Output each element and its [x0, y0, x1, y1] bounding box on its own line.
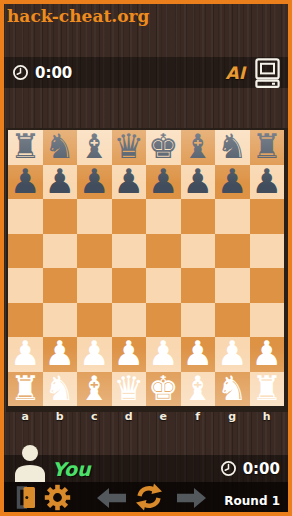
square-e8[interactable]: ♚	[146, 130, 181, 165]
file-label-d: d	[112, 410, 147, 424]
square-b7[interactable]: ♟	[43, 165, 78, 200]
square-f6[interactable]	[181, 199, 216, 234]
square-b5[interactable]	[43, 234, 78, 269]
square-c1[interactable]: ♝	[77, 372, 112, 407]
round-indicator: Round 1	[224, 494, 280, 508]
square-c4[interactable]	[77, 268, 112, 303]
file-label-a: a	[8, 410, 43, 424]
square-e6[interactable]	[146, 199, 181, 234]
square-d5[interactable]	[112, 234, 147, 269]
gear-icon	[44, 484, 71, 511]
ai-label: AI	[226, 63, 245, 83]
white-pawn-b2[interactable]: ♟	[45, 336, 75, 370]
white-pawn-g2[interactable]: ♟	[217, 336, 247, 370]
square-d6[interactable]	[112, 199, 147, 234]
square-f3[interactable]	[181, 303, 216, 338]
square-g7[interactable]: ♟	[215, 165, 250, 200]
black-bishop-f8[interactable]: ♝	[183, 129, 213, 163]
square-a1[interactable]: ♜	[8, 372, 43, 407]
black-pawn-e7[interactable]: ♟	[148, 164, 178, 198]
square-h4[interactable]	[250, 268, 285, 303]
white-queen-d1[interactable]: ♛	[114, 371, 144, 405]
square-c7[interactable]: ♟	[77, 165, 112, 200]
file-label-e: e	[146, 410, 181, 424]
white-pawn-a2[interactable]: ♟	[10, 336, 40, 370]
square-e1[interactable]: ♚	[146, 372, 181, 407]
computer-icon	[255, 58, 280, 88]
square-c3[interactable]	[77, 303, 112, 338]
file-label-g: g	[215, 410, 250, 424]
refresh-icon	[134, 483, 164, 511]
black-pawn-g7[interactable]: ♟	[217, 164, 247, 198]
black-pawn-c7[interactable]: ♟	[79, 164, 109, 198]
black-knight-g8[interactable]: ♞	[217, 129, 247, 163]
square-h8[interactable]: ♜	[250, 130, 285, 165]
white-king-e1[interactable]: ♚	[148, 371, 178, 405]
white-bishop-f1[interactable]: ♝	[183, 371, 213, 405]
white-knight-g1[interactable]: ♞	[217, 371, 247, 405]
white-pawn-c2[interactable]: ♟	[79, 336, 109, 370]
site-banner: hack-cheat.org	[7, 6, 149, 26]
black-pawn-b7[interactable]: ♟	[45, 164, 75, 198]
player-timer: 0:00	[243, 460, 280, 478]
opponent-bar: 0:00 AI	[4, 57, 288, 88]
white-knight-b1[interactable]: ♞	[45, 371, 75, 405]
black-rook-h8[interactable]: ♜	[252, 129, 282, 163]
black-knight-b8[interactable]: ♞	[45, 129, 75, 163]
file-label-c: c	[77, 410, 112, 424]
black-queen-d8[interactable]: ♛	[114, 129, 144, 163]
square-h2[interactable]: ♟	[250, 337, 285, 372]
square-b6[interactable]	[43, 199, 78, 234]
square-d7[interactable]: ♟	[112, 165, 147, 200]
square-g4[interactable]	[215, 268, 250, 303]
exit-door-icon	[14, 485, 38, 510]
square-d4[interactable]	[112, 268, 147, 303]
square-e7[interactable]: ♟	[146, 165, 181, 200]
square-d1[interactable]: ♛	[112, 372, 147, 407]
square-b8[interactable]: ♞	[43, 130, 78, 165]
opponent-timer: 0:00	[35, 64, 72, 82]
restart-button[interactable]	[134, 483, 164, 511]
square-h3[interactable]	[250, 303, 285, 338]
square-a3[interactable]	[8, 303, 43, 338]
person-icon	[12, 444, 48, 482]
square-a7[interactable]: ♟	[8, 165, 43, 200]
arrow-left-icon	[97, 488, 126, 508]
square-a2[interactable]: ♟	[8, 337, 43, 372]
square-g1[interactable]: ♞	[215, 372, 250, 407]
square-d3[interactable]	[112, 303, 147, 338]
black-pawn-h7[interactable]: ♟	[252, 164, 282, 198]
white-rook-a1[interactable]: ♜	[10, 371, 40, 405]
square-a8[interactable]: ♜	[8, 130, 43, 165]
white-pawn-h2[interactable]: ♟	[252, 336, 282, 370]
square-c2[interactable]: ♟	[77, 337, 112, 372]
white-pawn-e2[interactable]: ♟	[148, 336, 178, 370]
black-pawn-a7[interactable]: ♟	[10, 164, 40, 198]
square-e2[interactable]: ♟	[146, 337, 181, 372]
black-bishop-c8[interactable]: ♝	[79, 129, 109, 163]
white-bishop-c1[interactable]: ♝	[79, 371, 109, 405]
square-f2[interactable]: ♟	[181, 337, 216, 372]
black-pawn-f7[interactable]: ♟	[183, 164, 213, 198]
file-labels: abcdefgh	[8, 410, 284, 424]
square-a6[interactable]	[8, 199, 43, 234]
app-window: hack-cheat.org 0:00 AI ♜♞♝♛♚♝♞♜♟♟♟♟♟♟♟♟♟…	[0, 0, 292, 516]
square-e4[interactable]	[146, 268, 181, 303]
square-h7[interactable]: ♟	[250, 165, 285, 200]
white-pawn-d2[interactable]: ♟	[114, 336, 144, 370]
square-c6[interactable]	[77, 199, 112, 234]
square-b1[interactable]: ♞	[43, 372, 78, 407]
black-rook-a8[interactable]: ♜	[10, 129, 40, 163]
square-b2[interactable]: ♟	[43, 337, 78, 372]
square-f1[interactable]: ♝	[181, 372, 216, 407]
square-f5[interactable]	[181, 234, 216, 269]
black-king-e8[interactable]: ♚	[148, 129, 178, 163]
board: ♜♞♝♛♚♝♞♜♟♟♟♟♟♟♟♟♟♟♟♟♟♟♟♟♜♞♝♛♚♝♞♜	[8, 130, 284, 406]
square-f4[interactable]	[181, 268, 216, 303]
square-g2[interactable]: ♟	[215, 337, 250, 372]
square-e5[interactable]	[146, 234, 181, 269]
exit-button[interactable]	[14, 485, 38, 510]
square-g8[interactable]: ♞	[215, 130, 250, 165]
bottom-toolbar: Round 1	[4, 482, 288, 512]
square-f7[interactable]: ♟	[181, 165, 216, 200]
square-d8[interactable]: ♛	[112, 130, 147, 165]
file-label-h: h	[250, 410, 285, 424]
square-e3[interactable]	[146, 303, 181, 338]
square-d2[interactable]: ♟	[112, 337, 147, 372]
settings-button[interactable]	[44, 484, 71, 511]
square-g5[interactable]	[215, 234, 250, 269]
square-g6[interactable]	[215, 199, 250, 234]
square-h6[interactable]	[250, 199, 285, 234]
square-c8[interactable]: ♝	[77, 130, 112, 165]
white-rook-h1[interactable]: ♜	[252, 371, 282, 405]
arrow-right-icon	[177, 488, 206, 508]
square-a5[interactable]	[8, 234, 43, 269]
file-label-b: b	[43, 410, 78, 424]
square-b4[interactable]	[43, 268, 78, 303]
next-move-button[interactable]	[177, 488, 206, 508]
player-name: You	[52, 458, 91, 480]
chess-board: ♜♞♝♛♚♝♞♜♟♟♟♟♟♟♟♟♟♟♟♟♟♟♟♟♜♞♝♛♚♝♞♜	[6, 128, 290, 412]
square-b3[interactable]	[43, 303, 78, 338]
square-h5[interactable]	[250, 234, 285, 269]
previous-move-button[interactable]	[97, 488, 126, 508]
file-label-f: f	[181, 410, 216, 424]
clock-icon	[12, 64, 29, 81]
clock-icon	[220, 460, 237, 477]
square-c5[interactable]	[77, 234, 112, 269]
square-g3[interactable]	[215, 303, 250, 338]
white-pawn-f2[interactable]: ♟	[183, 336, 213, 370]
square-f8[interactable]: ♝	[181, 130, 216, 165]
square-a4[interactable]	[8, 268, 43, 303]
player-bar: You 0:00	[4, 455, 288, 482]
black-pawn-d7[interactable]: ♟	[114, 164, 144, 198]
square-h1[interactable]: ♜	[250, 372, 285, 407]
